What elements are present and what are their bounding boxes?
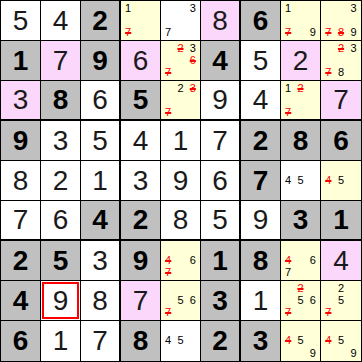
candidate-grid: 459: [282, 322, 319, 360]
candidate-empty-slot: [307, 322, 319, 335]
candidate-6-eliminated: 6: [187, 54, 199, 66]
candidate-empty-slot: [335, 322, 348, 335]
candidate-2: 2: [174, 82, 186, 94]
candidate-grid: 2567: [282, 282, 319, 319]
given-digit: 9: [92, 47, 108, 75]
candidate-grid: 257: [322, 282, 360, 319]
candidate-empty-slot: [335, 187, 348, 199]
cell-r2c3[interactable]: 9: [81, 41, 121, 81]
candidate-grid: 45: [162, 322, 199, 360]
given-digit: 2: [133, 206, 149, 234]
candidate-5: 5: [294, 335, 306, 348]
cell-r9c1[interactable]: 6: [1, 321, 41, 361]
candidate-empty-slot: [347, 67, 360, 79]
cell-r3c1[interactable]: 3: [1, 81, 41, 121]
candidate-empty-slot: [174, 94, 186, 106]
candidate-3: 3: [347, 42, 360, 54]
solved-digit: 1: [92, 167, 108, 195]
candidate-2: 2: [335, 282, 348, 294]
cell-r8c2[interactable]: 9: [41, 281, 81, 321]
solved-digit: 6: [133, 47, 149, 75]
cell-r8c4[interactable]: 7: [121, 281, 161, 321]
cell-r6c5[interactable]: 8: [161, 201, 201, 241]
candidate-empty-slot: [282, 242, 294, 254]
given-digit: 8: [53, 86, 69, 114]
candidate-9: 9: [307, 347, 319, 360]
candidate-empty-slot: [307, 242, 319, 254]
cell-r4c3[interactable]: 5: [81, 121, 121, 161]
cell-r5c3[interactable]: 1: [81, 161, 121, 201]
cell-r6c7[interactable]: 9: [241, 201, 281, 241]
cell-r7c7[interactable]: 8: [241, 241, 281, 281]
cell-r5c1[interactable]: 8: [1, 161, 41, 201]
candidate-3: 3: [187, 2, 199, 14]
cell-r6c4[interactable]: 2: [121, 201, 161, 241]
candidate-empty-slot: [187, 67, 199, 79]
solved-digit: 4: [253, 86, 269, 114]
cell-r2c6[interactable]: 4: [201, 41, 241, 81]
candidate-1: 1: [282, 82, 294, 94]
cell-r6c9[interactable]: 1: [321, 201, 361, 241]
candidate-empty-slot: [174, 242, 186, 254]
cell-r9c4[interactable]: 8: [121, 321, 161, 361]
candidate-grid: 127: [282, 82, 319, 118]
given-digit: 4: [212, 47, 228, 75]
cell-r9c5[interactable]: 45: [161, 321, 201, 361]
candidate-4-eliminated: 4: [282, 254, 294, 266]
cell-r7c4[interactable]: 9: [121, 241, 161, 281]
given-digit: 3: [212, 287, 228, 315]
candidate-grid: 37: [162, 2, 199, 39]
candidate-empty-slot: [294, 27, 306, 39]
candidate-empty-slot: [307, 187, 319, 199]
candidate-empty-slot: [347, 14, 360, 26]
candidate-empty-slot: [282, 294, 294, 306]
given-digit: 8: [293, 127, 309, 155]
given-digit: 5: [133, 86, 149, 114]
cell-r2c8[interactable]: 2: [281, 41, 321, 81]
candidate-empty-slot: [347, 335, 360, 348]
cell-r8c1[interactable]: 4: [1, 281, 41, 321]
cell-r2c1[interactable]: 1: [1, 41, 41, 81]
candidate-7-eliminated: 7: [322, 307, 335, 319]
sudoku-board: 5421737861793789179623674522378386523794…: [0, 0, 362, 362]
candidate-grid: 237: [162, 82, 199, 118]
given-digit: 1: [333, 206, 349, 234]
candidate-1: 1: [282, 2, 294, 14]
candidate-empty-slot: [322, 42, 335, 54]
cell-r1c3[interactable]: 2: [81, 1, 121, 41]
solved-digit: 3: [53, 127, 69, 155]
solved-digit: 6: [53, 206, 69, 234]
candidate-2-eliminated: 2: [294, 82, 306, 94]
cell-r5c5[interactable]: 9: [161, 161, 201, 201]
candidate-6: 6: [187, 294, 199, 306]
given-digit: 9: [13, 127, 29, 155]
solved-digit: 2: [293, 47, 309, 75]
candidate-empty-slot: [322, 322, 335, 335]
candidate-empty-slot: [187, 267, 199, 279]
candidate-grid: 45: [282, 162, 319, 199]
given-digit: 8: [133, 327, 149, 355]
candidate-empty-slot: [282, 282, 294, 294]
given-digit: 6: [13, 327, 29, 355]
candidate-7: 7: [162, 27, 174, 39]
candidate-8: 8: [335, 67, 348, 79]
candidate-empty-slot: [174, 322, 186, 335]
cell-r3c2[interactable]: 8: [41, 81, 81, 121]
given-digit: 2: [92, 7, 108, 35]
candidate-7-eliminated: 7: [282, 106, 294, 118]
candidate-5: 5: [335, 335, 348, 348]
candidate-empty-slot: [335, 14, 348, 26]
cell-r5c4[interactable]: 3: [121, 161, 161, 201]
cell-r6c8[interactable]: 3: [281, 201, 321, 241]
cell-r9c3[interactable]: 7: [81, 321, 121, 361]
candidate-empty-slot: [322, 187, 335, 199]
candidate-empty-slot: [322, 294, 335, 306]
cell-r5c8[interactable]: 45: [281, 161, 321, 201]
candidate-5: 5: [294, 294, 306, 306]
given-digit: 1: [212, 247, 228, 275]
cell-r3c7[interactable]: 4: [241, 81, 281, 121]
cell-r4c6[interactable]: 7: [201, 121, 241, 161]
cell-r3c8[interactable]: 127: [281, 81, 321, 121]
candidate-empty-slot: [347, 322, 360, 335]
candidate-6: 6: [307, 294, 319, 306]
cell-r2c2[interactable]: 7: [41, 41, 81, 81]
candidate-7-eliminated: 7: [282, 307, 294, 319]
cell-r4c8[interactable]: 8: [281, 121, 321, 161]
candidate-empty-slot: [307, 174, 319, 186]
solved-digit: 4: [133, 127, 149, 155]
candidate-empty-slot: [294, 307, 306, 319]
candidate-7-eliminated: 7: [322, 67, 335, 79]
solved-digit: 5: [253, 47, 269, 75]
cell-r7c6[interactable]: 1: [201, 241, 241, 281]
cell-r7c2[interactable]: 5: [41, 241, 81, 281]
candidate-empty-slot: [162, 2, 174, 14]
solved-digit: 8: [92, 287, 108, 315]
given-digit: 3: [293, 206, 309, 234]
solved-digit: 8: [173, 206, 189, 234]
candidate-empty-slot: [187, 27, 199, 39]
candidate-7-eliminated: 7: [282, 27, 294, 39]
cell-r8c3[interactable]: 8: [81, 281, 121, 321]
given-digit: 1: [13, 47, 29, 75]
candidate-empty-slot: [282, 162, 294, 174]
candidate-empty-slot: [347, 307, 360, 319]
candidate-empty-slot: [147, 2, 159, 14]
cell-r8c5[interactable]: 567: [161, 281, 201, 321]
cell-r4c7[interactable]: 2: [241, 121, 281, 161]
candidate-4: 4: [162, 335, 174, 348]
given-digit: 3: [253, 327, 269, 355]
cell-r8c7[interactable]: 1: [241, 281, 281, 321]
cell-r6c2[interactable]: 6: [41, 201, 81, 241]
solved-digit: 7: [92, 327, 108, 355]
candidate-empty-slot: [347, 162, 360, 174]
candidate-empty-slot: [174, 14, 186, 26]
candidate-grid: 459: [322, 322, 360, 360]
solved-digit: 1: [173, 127, 189, 155]
candidate-empty-slot: [174, 54, 186, 66]
candidate-empty-slot: [174, 267, 186, 279]
candidate-9: 9: [347, 347, 360, 360]
candidate-2-eliminated: 2: [294, 282, 306, 294]
solved-digit: 4: [333, 247, 349, 275]
solved-digit: 5: [92, 127, 108, 155]
candidate-empty-slot: [162, 347, 174, 360]
candidate-empty-slot: [282, 187, 294, 199]
given-digit: 4: [13, 287, 29, 315]
candidate-empty-slot: [347, 282, 360, 294]
candidate-empty-slot: [174, 307, 186, 319]
candidate-2-eliminated: 2: [335, 42, 348, 54]
candidate-3-eliminated: 3: [187, 82, 199, 94]
candidate-empty-slot: [187, 322, 199, 335]
solved-digit: 6: [212, 167, 228, 195]
cell-r6c1[interactable]: 7: [1, 201, 41, 241]
given-digit: 7: [253, 167, 269, 195]
solved-digit: 6: [92, 86, 108, 114]
candidate-empty-slot: [174, 67, 186, 79]
candidate-empty-slot: [294, 322, 306, 335]
candidate-empty-slot: [187, 94, 199, 106]
candidate-empty-slot: [162, 94, 174, 106]
solved-digit: 2: [53, 167, 69, 195]
solved-digit: 3: [92, 247, 108, 275]
cell-r9c6[interactable]: 2: [201, 321, 241, 361]
candidate-grid: 567: [162, 282, 199, 319]
given-digit: 8: [253, 247, 269, 275]
candidate-empty-slot: [162, 42, 174, 54]
cell-r3c9[interactable]: 7: [321, 81, 361, 121]
candidate-empty-slot: [174, 282, 186, 294]
cell-r3c4[interactable]: 5: [121, 81, 161, 121]
candidate-7-eliminated: 7: [162, 106, 174, 118]
solved-digit: 9: [53, 287, 69, 315]
solved-digit: 7: [333, 86, 349, 114]
candidate-empty-slot: [322, 2, 335, 14]
cell-r4c2[interactable]: 3: [41, 121, 81, 161]
cell-r1c7[interactable]: 6: [241, 1, 281, 41]
given-digit: 9: [133, 247, 149, 275]
cell-r7c1[interactable]: 2: [1, 241, 41, 281]
candidate-empty-slot: [147, 14, 159, 26]
candidate-5: 5: [294, 174, 306, 186]
candidate-empty-slot: [187, 307, 199, 319]
candidate-empty-slot: [322, 54, 335, 66]
cell-r5c2[interactable]: 2: [41, 161, 81, 201]
candidate-empty-slot: [307, 335, 319, 348]
solved-digit: 7: [53, 47, 69, 75]
solved-digit: 3: [13, 86, 29, 114]
candidate-empty-slot: [147, 27, 159, 39]
cell-r9c7[interactable]: 3: [241, 321, 281, 361]
candidate-empty-slot: [294, 162, 306, 174]
candidate-2-eliminated: 2: [174, 42, 186, 54]
candidate-empty-slot: [134, 2, 146, 14]
cell-r3c3[interactable]: 6: [81, 81, 121, 121]
cell-r1c5[interactable]: 37: [161, 1, 201, 41]
given-digit: 6: [253, 7, 269, 35]
candidate-empty-slot: [134, 27, 146, 39]
candidate-grid: 17: [122, 2, 159, 39]
cell-r9c2[interactable]: 1: [41, 321, 81, 361]
cell-r1c8[interactable]: 179: [281, 1, 321, 41]
candidate-empty-slot: [347, 54, 360, 66]
cell-r4c9[interactable]: 6: [321, 121, 361, 161]
candidate-empty-slot: [282, 322, 294, 335]
solved-digit: 4: [53, 7, 69, 35]
candidate-6: 6: [187, 254, 199, 266]
cell-r7c8[interactable]: 467: [281, 241, 321, 281]
cell-r8c8[interactable]: 2567: [281, 281, 321, 321]
cell-r8c6[interactable]: 3: [201, 281, 241, 321]
candidate-empty-slot: [187, 14, 199, 26]
solved-digit: 9: [212, 86, 228, 114]
cell-r2c5[interactable]: 2367: [161, 41, 201, 81]
candidate-5: 5: [335, 294, 348, 306]
candidate-5: 5: [335, 174, 348, 186]
candidate-empty-slot: [322, 14, 335, 26]
candidate-4-eliminated: 4: [162, 254, 174, 266]
candidate-9: 9: [347, 27, 360, 39]
cell-r9c9[interactable]: 459: [321, 321, 361, 361]
candidate-empty-slot: [307, 162, 319, 174]
solved-digit: 1: [253, 287, 269, 315]
given-digit: 6: [333, 127, 349, 155]
cell-r4c4[interactable]: 4: [121, 121, 161, 161]
solved-digit: 7: [13, 206, 29, 234]
solved-digit: 9: [253, 206, 269, 234]
candidate-empty-slot: [162, 54, 174, 66]
solved-digit: 5: [212, 206, 228, 234]
cell-r1c1[interactable]: 5: [1, 1, 41, 41]
candidate-empty-slot: [307, 14, 319, 26]
solved-digit: 3: [133, 167, 149, 195]
candidate-empty-slot: [187, 282, 199, 294]
cell-r6c6[interactable]: 5: [201, 201, 241, 241]
candidate-grid: 3789: [322, 2, 360, 39]
cell-r5c6[interactable]: 6: [201, 161, 241, 201]
candidate-4-eliminated: 4: [322, 335, 335, 348]
candidate-empty-slot: [294, 2, 306, 14]
candidate-empty-slot: [307, 94, 319, 106]
candidate-7: 7: [282, 267, 294, 279]
solved-digit: 8: [13, 167, 29, 195]
candidate-empty-slot: [294, 14, 306, 26]
candidate-empty-slot: [294, 254, 306, 266]
candidate-empty-slot: [294, 94, 306, 106]
candidate-empty-slot: [294, 106, 306, 118]
candidate-empty-slot: [134, 14, 146, 26]
solved-digit: 7: [133, 287, 149, 315]
candidate-empty-slot: [174, 254, 186, 266]
cell-r5c7[interactable]: 7: [241, 161, 281, 201]
candidate-3: 3: [187, 42, 199, 54]
candidate-empty-slot: [335, 54, 348, 66]
candidate-empty-slot: [187, 242, 199, 254]
candidate-empty-slot: [162, 322, 174, 335]
candidate-empty-slot: [307, 267, 319, 279]
cell-r3c6[interactable]: 9: [201, 81, 241, 121]
candidate-4: 4: [282, 174, 294, 186]
candidate-4-eliminated: 4: [282, 335, 294, 348]
cell-r7c5[interactable]: 467: [161, 241, 201, 281]
cell-r5c9[interactable]: 45: [321, 161, 361, 201]
candidate-empty-slot: [307, 82, 319, 94]
candidate-empty-slot: [294, 267, 306, 279]
candidate-empty-slot: [335, 2, 348, 14]
candidate-8-eliminated: 8: [335, 27, 348, 39]
candidate-empty-slot: [282, 14, 294, 26]
cell-r2c4[interactable]: 6: [121, 41, 161, 81]
candidate-empty-slot: [307, 307, 319, 319]
candidate-1: 1: [122, 2, 134, 14]
candidate-empty-slot: [335, 307, 348, 319]
candidate-empty-slot: [187, 347, 199, 360]
cell-r2c7[interactable]: 5: [241, 41, 281, 81]
candidate-7-eliminated: 7: [162, 307, 174, 319]
given-digit: 2: [212, 327, 228, 355]
cell-r8c9[interactable]: 257: [321, 281, 361, 321]
cell-r4c1[interactable]: 9: [1, 121, 41, 161]
candidate-7-eliminated: 7: [162, 267, 174, 279]
candidate-empty-slot: [294, 347, 306, 360]
candidate-empty-slot: [335, 347, 348, 360]
candidate-empty-slot: [162, 282, 174, 294]
given-digit: 5: [53, 247, 69, 275]
cell-r6c3[interactable]: 4: [81, 201, 121, 241]
candidate-empty-slot: [294, 242, 306, 254]
candidate-empty-slot: [174, 347, 186, 360]
candidate-empty-slot: [162, 242, 174, 254]
cell-r3c5[interactable]: 237: [161, 81, 201, 121]
cell-r4c5[interactable]: 1: [161, 121, 201, 161]
candidate-5: 5: [174, 335, 186, 348]
candidate-empty-slot: [322, 347, 335, 360]
cell-r1c4[interactable]: 17: [121, 1, 161, 41]
cell-r9c8[interactable]: 459: [281, 321, 321, 361]
candidate-empty-slot: [162, 14, 174, 26]
candidate-grid: 2378: [322, 42, 360, 79]
candidate-empty-slot: [307, 106, 319, 118]
candidate-9: 9: [307, 27, 319, 39]
candidate-grid: 2367: [162, 42, 199, 79]
cell-r7c3[interactable]: 3: [81, 241, 121, 281]
candidate-5: 5: [174, 294, 186, 306]
candidate-empty-slot: [347, 174, 360, 186]
candidate-empty-slot: [122, 14, 134, 26]
candidate-empty-slot: [174, 2, 186, 14]
candidate-grid: 179: [282, 2, 319, 39]
candidate-grid: 467: [282, 242, 319, 279]
cell-r1c9[interactable]: 3789: [321, 1, 361, 41]
candidate-empty-slot: [187, 106, 199, 118]
candidate-grid: 467: [162, 242, 199, 279]
cell-r7c9[interactable]: 4: [321, 241, 361, 281]
cell-r1c2[interactable]: 4: [41, 1, 81, 41]
candidate-7-eliminated: 7: [122, 27, 134, 39]
cell-r2c9[interactable]: 2378: [321, 41, 361, 81]
cell-r1c6[interactable]: 8: [201, 1, 241, 41]
candidate-7-eliminated: 7: [322, 27, 335, 39]
given-digit: 2: [13, 247, 29, 275]
candidate-empty-slot: [347, 187, 360, 199]
candidate-empty-slot: [187, 335, 199, 348]
